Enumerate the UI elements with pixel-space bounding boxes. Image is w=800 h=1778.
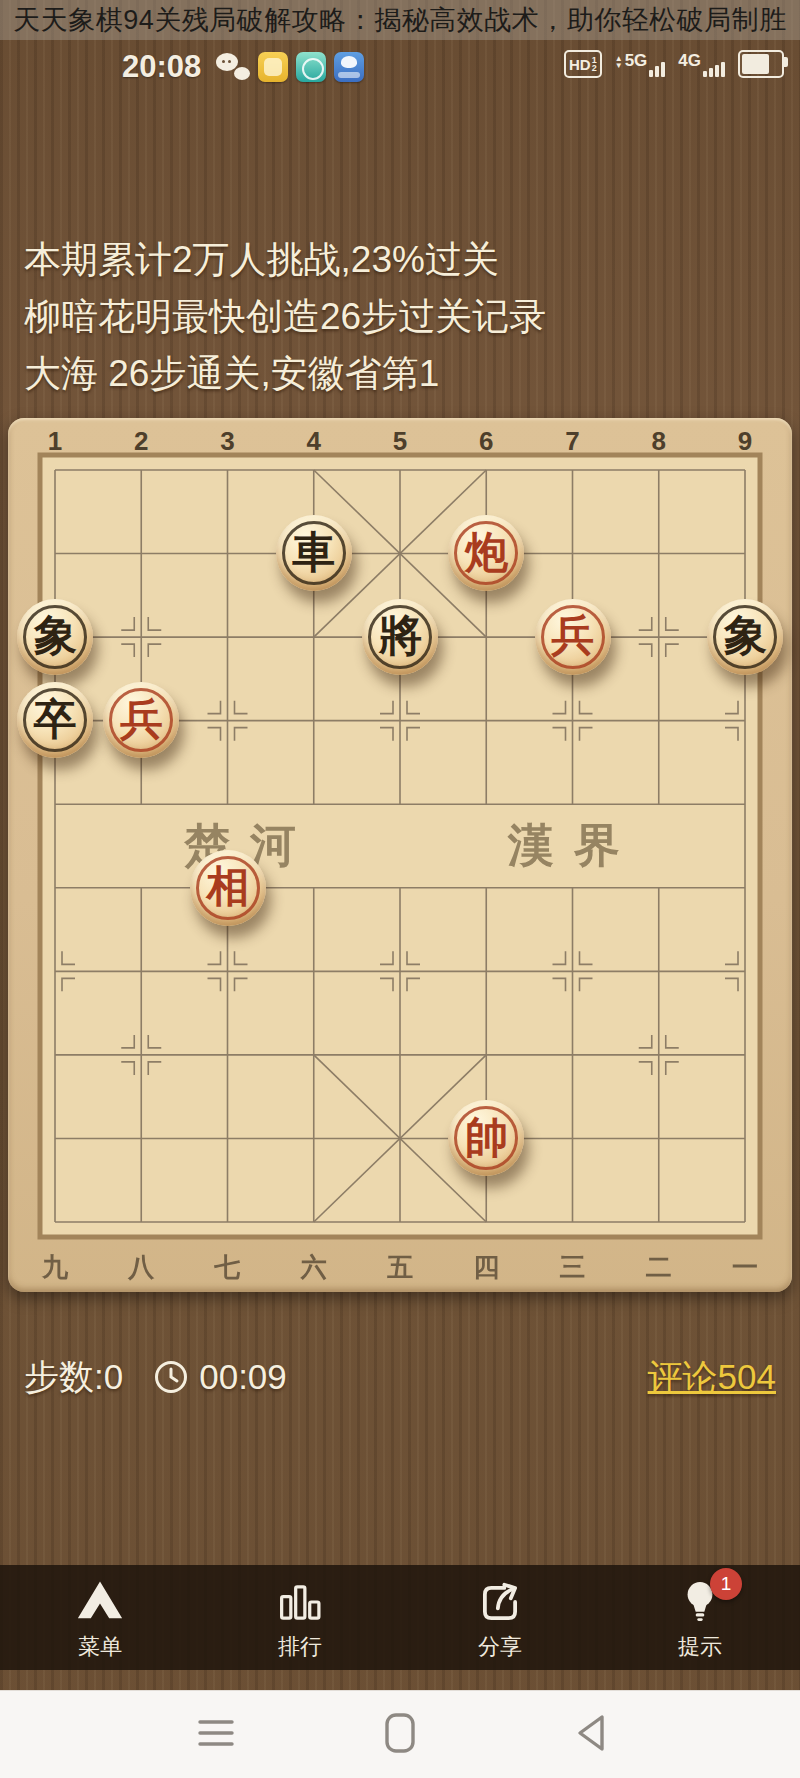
yellow-app-icon — [258, 52, 288, 82]
piece-兵-red[interactable]: 兵 — [103, 682, 179, 758]
piece-卒-black[interactable]: 卒 — [17, 682, 93, 758]
bottom-nav-bar: 菜单 排行 分享 — [0, 1565, 800, 1670]
piece-將-black[interactable]: 將 — [362, 599, 438, 675]
timer-clock-icon — [153, 1359, 189, 1395]
video-title-caption: 天天象棋94关残局破解攻略：揭秘高效战术，助你轻松破局制胜 — [0, 0, 800, 40]
fingerprint-app-icon — [296, 52, 326, 82]
stats-line-record: 柳暗花明最快创造26步过关记录 — [24, 288, 546, 345]
bar-chart-icon — [273, 1575, 327, 1629]
menu-mountain-icon — [73, 1575, 127, 1629]
back-button[interactable] — [574, 1711, 614, 1759]
back-triangle-icon — [574, 1711, 614, 1755]
status-indicators: HD 12 ▲▼ 5G 4G — [564, 50, 784, 78]
signal-5g-icon: ▲▼ 5G — [615, 51, 666, 77]
piece-炮-red[interactable]: 炮 — [448, 515, 524, 591]
piece-glyph: 相 — [206, 865, 249, 908]
hud-row: 步数:0 00:09 评论504 — [24, 1352, 776, 1402]
piece-glyph: 帥 — [465, 1116, 508, 1159]
piece-帥-red[interactable]: 帥 — [448, 1100, 524, 1176]
piece-glyph: 象 — [34, 614, 77, 657]
status-bar: 20:08 HD 12 ▲▼ 5G 4G — [0, 40, 800, 98]
piece-象-black[interactable]: 象 — [17, 599, 93, 675]
page-title: 天天象棋94关残局破解攻略：揭秘高效战术，助你轻松破局制胜 — [13, 2, 787, 38]
notification-icons — [216, 52, 364, 82]
piece-車-black[interactable]: 車 — [276, 515, 352, 591]
signal-4g-icon: 4G — [678, 51, 725, 77]
piece-glyph: 兵 — [551, 614, 594, 657]
move-counter-group: 步数:0 00:09 — [24, 1354, 287, 1401]
battery-icon — [738, 50, 784, 78]
piece-glyph: 車 — [292, 531, 335, 574]
comments-link[interactable]: 评论504 — [648, 1354, 776, 1401]
piece-兵-red[interactable]: 兵 — [535, 599, 611, 675]
recents-button[interactable] — [196, 1713, 236, 1757]
stats-line-participants: 本期累计2万人挑战,23%过关 — [24, 231, 546, 288]
stats-line-best-player: 大海 26步通关,安徽省第1 — [24, 345, 546, 402]
timer-value: 00:09 — [199, 1357, 287, 1397]
hint-badge: 1 — [710, 1568, 742, 1600]
system-nav-bar — [0, 1690, 800, 1778]
share-arrow-icon — [473, 1575, 527, 1629]
blue-app-icon — [334, 52, 364, 82]
piece-glyph: 兵 — [120, 698, 163, 741]
home-square-icon — [380, 1711, 420, 1755]
steps-counter: 步数:0 — [24, 1354, 123, 1401]
home-button[interactable] — [380, 1711, 420, 1759]
hint-button[interactable]: 1 提示 — [630, 1570, 770, 1666]
wechat-icon — [216, 52, 250, 82]
ranking-button[interactable]: 排行 — [230, 1570, 370, 1666]
piece-glyph: 象 — [724, 614, 767, 657]
piece-相-red[interactable]: 相 — [190, 850, 266, 926]
piece-glyph: 卒 — [34, 698, 77, 741]
menu-button[interactable]: 菜单 — [30, 1570, 170, 1666]
piece-象-black[interactable]: 象 — [707, 599, 783, 675]
app-screen: 天天象棋94关残局破解攻略：揭秘高效战术，助你轻松破局制胜 20:08 HD 1… — [0, 0, 800, 1778]
hd-voice-icon: HD 12 — [564, 50, 602, 78]
piece-glyph: 將 — [379, 614, 422, 657]
clock-time: 20:08 — [122, 49, 201, 85]
piece-glyph: 炮 — [465, 531, 508, 574]
xiangqi-board[interactable]: 123456789 九八七六五四三二一 楚河 漢界 車炮象將兵象卒兵相帥 — [8, 418, 792, 1292]
hamburger-icon — [196, 1713, 236, 1753]
challenge-stats: 本期累计2万人挑战,23%过关 柳暗花明最快创造26步过关记录 大海 26步通关… — [24, 231, 546, 402]
share-button[interactable]: 分享 — [430, 1570, 570, 1666]
pieces-layer: 車炮象將兵象卒兵相帥 — [12, 428, 789, 1264]
